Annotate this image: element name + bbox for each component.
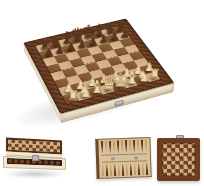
thumbnail-backgammon <box>95 137 151 179</box>
board-square-a7: ♟ <box>39 50 54 59</box>
backgammon-point <box>109 163 112 176</box>
backgammon-point <box>141 162 144 175</box>
backgammon-row <box>98 139 149 154</box>
chess-piece-bP: ♟ <box>35 47 63 58</box>
backgammon-point <box>108 140 111 153</box>
backgammon-point <box>128 140 131 153</box>
backgammon-point <box>136 139 139 152</box>
hinge-icon <box>134 156 138 159</box>
backgammon-point <box>125 163 128 176</box>
backgammon-point <box>121 163 124 176</box>
metal-clasp-icon <box>32 155 39 161</box>
backgammon-point <box>145 162 148 175</box>
backgammon-point <box>105 164 108 177</box>
backgammon-board <box>95 137 151 179</box>
backgammon-point <box>124 140 127 153</box>
backgammon-point <box>129 163 132 176</box>
backgammon-point <box>120 140 123 153</box>
chess-piece-wR: ♜ <box>58 88 88 102</box>
backgammon-point <box>117 163 120 176</box>
backgammon-point <box>140 139 143 152</box>
thumbnail-shadow <box>4 169 66 179</box>
backgammon-point <box>112 140 115 153</box>
backgammon-point <box>137 162 140 175</box>
backgammon-row <box>99 162 150 177</box>
backgammon-point <box>144 139 147 152</box>
board-square-a1: ♜ <box>63 93 79 104</box>
backgammon-point <box>104 141 107 154</box>
backgammon-point <box>100 141 103 154</box>
backgammon-point <box>113 163 116 176</box>
hinge-icon <box>111 157 115 160</box>
product-photo-page: { "game": "chess", "product": { "name": … <box>0 0 204 186</box>
thumbnail-folded-box <box>2 136 68 183</box>
folded-box-base <box>3 156 66 170</box>
backgammon-point <box>101 164 104 177</box>
metal-latch-icon <box>114 99 123 106</box>
backgammon-point <box>133 163 136 176</box>
hinge-seam <box>102 153 147 163</box>
chess-board: ♜♞♝♛♚♝♞♜♟♟♟♟♟♟♟♟♟♟♟♟♟♟♟♟♜♞♝♛♚♝♞♜ <box>23 19 174 114</box>
backgammon-point <box>116 140 119 153</box>
main-product-photo: ♜♞♝♛♚♝♞♜♟♟♟♟♟♟♟♟♟♟♟♟♟♟♟♟♜♞♝♛♚♝♞♜ <box>0 0 204 152</box>
checkerboard-lid <box>157 138 200 181</box>
backgammon-point <box>132 140 135 153</box>
thumbnail-board-top-view <box>156 135 201 182</box>
